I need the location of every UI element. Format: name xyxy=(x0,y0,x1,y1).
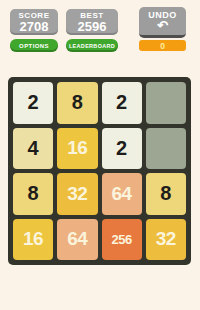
game-2048-app: SCORE 2708 BEST 2596 OPTIONS LEADERBOARD… xyxy=(0,0,200,310)
game-board[interactable]: 2824162832648166425632 xyxy=(8,77,191,265)
tile-2: 2 xyxy=(13,82,53,124)
tile-32: 32 xyxy=(146,219,186,261)
tile-64: 64 xyxy=(102,173,142,215)
empty-cell xyxy=(146,128,186,170)
tile-16: 16 xyxy=(57,128,97,170)
options-button[interactable]: OPTIONS xyxy=(10,39,58,52)
tile-8: 8 xyxy=(13,173,53,215)
tile-2: 2 xyxy=(102,128,142,170)
undo-button[interactable]: UNDO ↶ xyxy=(139,7,186,38)
undo-count-value: 0 xyxy=(160,41,165,51)
tile-64: 64 xyxy=(57,219,97,261)
score-box: SCORE 2708 xyxy=(10,9,58,35)
options-button-label: OPTIONS xyxy=(19,43,49,49)
leaderboard-button[interactable]: LEADERBOARD xyxy=(66,39,118,52)
tile-2: 2 xyxy=(102,82,142,124)
tile-8: 8 xyxy=(146,173,186,215)
leaderboard-button-label: LEADERBOARD xyxy=(69,43,115,49)
best-value: 2596 xyxy=(78,20,107,34)
undo-count-badge: 0 xyxy=(139,40,186,51)
tile-32: 32 xyxy=(57,173,97,215)
undo-arrow-icon: ↶ xyxy=(157,20,168,32)
best-box: BEST 2596 xyxy=(66,9,118,35)
empty-cell xyxy=(146,82,186,124)
tile-8: 8 xyxy=(57,82,97,124)
tile-256: 256 xyxy=(102,219,142,261)
score-value: 2708 xyxy=(20,20,49,34)
tile-16: 16 xyxy=(13,219,53,261)
tile-4: 4 xyxy=(13,128,53,170)
